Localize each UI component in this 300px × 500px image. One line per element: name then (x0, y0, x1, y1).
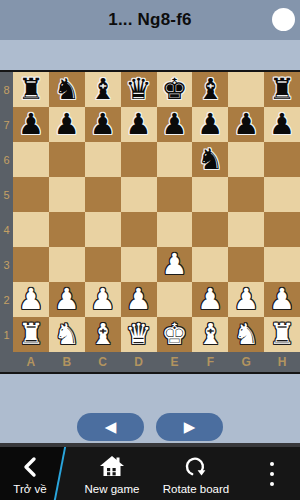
square-b1[interactable]: ♞ (49, 317, 85, 352)
board-corner (0, 352, 13, 372)
square-b6[interactable] (49, 142, 85, 177)
piece-black-rook: ♜ (18, 72, 44, 107)
square-g2[interactable]: ♟ (228, 282, 264, 317)
square-c2[interactable]: ♟ (85, 282, 121, 317)
file-label-h: H (264, 352, 300, 372)
move-nav-area: ◀ ▶ (0, 374, 300, 443)
rank-label-6: 6 (0, 142, 13, 177)
square-f5[interactable] (192, 177, 228, 212)
square-g1[interactable]: ♞ (228, 317, 264, 352)
square-c7[interactable]: ♟ (85, 107, 121, 142)
file-label-g: G (228, 352, 264, 372)
piece-white-rook: ♜ (269, 317, 295, 352)
square-d1[interactable]: ♛ (121, 317, 157, 352)
piece-black-bishop: ♝ (90, 72, 116, 107)
square-h5[interactable] (264, 177, 300, 212)
piece-black-pawn: ♟ (233, 107, 259, 142)
file-label-a: A (13, 352, 49, 372)
square-h8[interactable]: ♜ (264, 72, 300, 107)
square-f1[interactable]: ♝ (192, 317, 228, 352)
piece-white-pawn: ♟ (18, 282, 44, 317)
square-d5[interactable] (121, 177, 157, 212)
piece-white-bishop: ♝ (197, 317, 223, 352)
square-a4[interactable] (13, 212, 49, 247)
square-e5[interactable] (157, 177, 193, 212)
right-triangle-icon: ▶ (184, 413, 196, 441)
square-f6[interactable]: ♞ (192, 142, 228, 177)
piece-white-pawn: ♟ (197, 282, 223, 317)
square-h7[interactable]: ♟ (264, 107, 300, 142)
chess-board: 8♜♞♝♛♚♝♜7♟♟♟♟♟♟♟♟6♞543♟2♟♟♟♟♟♟♟1♜♞♝♛♚♝♞♜… (0, 72, 300, 372)
square-h2[interactable]: ♟ (264, 282, 300, 317)
overflow-dot (270, 482, 274, 486)
piece-black-bishop: ♝ (197, 72, 223, 107)
piece-white-pawn: ♟ (161, 247, 187, 282)
piece-white-knight: ♞ (233, 317, 259, 352)
square-c8[interactable]: ♝ (85, 72, 121, 107)
square-e6[interactable] (157, 142, 193, 177)
piece-black-knight: ♞ (197, 142, 223, 177)
square-f3[interactable] (192, 247, 228, 282)
square-a8[interactable]: ♜ (13, 72, 49, 107)
square-b4[interactable] (49, 212, 85, 247)
overflow-dot (270, 472, 274, 476)
square-e2[interactable] (157, 282, 193, 317)
piece-black-pawn: ♟ (126, 107, 152, 142)
square-c4[interactable] (85, 212, 121, 247)
rank-label-1: 1 (0, 317, 13, 352)
piece-white-queen: ♛ (126, 317, 152, 352)
new-game-label: New game (85, 483, 140, 495)
square-f7[interactable]: ♟ (192, 107, 228, 142)
piece-black-pawn: ♟ (90, 107, 116, 142)
back-button[interactable]: Trở về (0, 447, 60, 500)
piece-black-pawn: ♟ (18, 107, 44, 142)
square-e1[interactable]: ♚ (157, 317, 193, 352)
left-triangle-icon: ◀ (105, 413, 117, 441)
rank-label-7: 7 (0, 107, 13, 142)
piece-white-rook: ♜ (18, 317, 44, 352)
rotate-board-button[interactable]: Rotate board (146, 447, 246, 500)
square-g6[interactable] (228, 142, 264, 177)
square-e7[interactable]: ♟ (157, 107, 193, 142)
square-e8[interactable]: ♚ (157, 72, 193, 107)
square-b7[interactable]: ♟ (49, 107, 85, 142)
piece-black-pawn: ♟ (161, 107, 187, 142)
square-d7[interactable]: ♟ (121, 107, 157, 142)
rank-label-8: 8 (0, 72, 13, 107)
prev-move-button[interactable]: ◀ (77, 413, 144, 441)
piece-black-king: ♚ (161, 72, 187, 107)
rotate-board-label: Rotate board (163, 483, 230, 495)
rotate-icon (184, 452, 208, 482)
square-h3[interactable] (264, 247, 300, 282)
square-b2[interactable]: ♟ (49, 282, 85, 317)
piece-white-pawn: ♟ (233, 282, 259, 317)
piece-black-queen: ♛ (126, 72, 152, 107)
square-f4[interactable] (192, 212, 228, 247)
square-f2[interactable]: ♟ (192, 282, 228, 317)
file-label-d: D (121, 352, 157, 372)
file-label-f: F (192, 352, 228, 372)
square-g4[interactable] (228, 212, 264, 247)
rank-label-5: 5 (0, 177, 13, 212)
piece-black-pawn: ♟ (54, 107, 80, 142)
file-label-e: E (157, 352, 193, 372)
square-h1[interactable]: ♜ (264, 317, 300, 352)
turn-indicator-circle (272, 8, 295, 31)
square-a6[interactable] (13, 142, 49, 177)
square-g5[interactable] (228, 177, 264, 212)
square-a2[interactable]: ♟ (13, 282, 49, 317)
square-d2[interactable]: ♟ (121, 282, 157, 317)
overflow-menu-button[interactable] (262, 447, 282, 500)
rank-label-4: 4 (0, 212, 13, 247)
next-move-button[interactable]: ▶ (156, 413, 223, 441)
piece-white-pawn: ♟ (90, 282, 116, 317)
home-icon (99, 452, 125, 482)
square-c5[interactable] (85, 177, 121, 212)
square-b3[interactable] (49, 247, 85, 282)
square-c6[interactable] (85, 142, 121, 177)
square-a1[interactable]: ♜ (13, 317, 49, 352)
square-a5[interactable] (13, 177, 49, 212)
action-bar: Trở về New game Rotate board (0, 443, 300, 500)
piece-black-rook: ♜ (269, 72, 295, 107)
square-d6[interactable] (121, 142, 157, 177)
piece-white-pawn: ♟ (126, 282, 152, 317)
back-label: Trở về (13, 483, 46, 495)
overflow-dot (270, 462, 274, 466)
back-chevron-icon (20, 452, 40, 482)
square-f8[interactable]: ♝ (192, 72, 228, 107)
piece-white-king: ♚ (161, 317, 187, 352)
move-title: 1... Ng8-f6 (108, 10, 191, 30)
rank-label-3: 3 (0, 247, 13, 282)
square-d4[interactable] (121, 212, 157, 247)
file-label-c: C (85, 352, 121, 372)
square-b5[interactable] (49, 177, 85, 212)
file-label-b: B (49, 352, 85, 372)
rank-label-2: 2 (0, 282, 13, 317)
square-a7[interactable]: ♟ (13, 107, 49, 142)
square-g8[interactable] (228, 72, 264, 107)
square-d8[interactable]: ♛ (121, 72, 157, 107)
square-d3[interactable] (121, 247, 157, 282)
piece-black-pawn: ♟ (197, 107, 223, 142)
square-e4[interactable] (157, 212, 193, 247)
piece-white-pawn: ♟ (54, 282, 80, 317)
chess-board-frame: 8♜♞♝♛♚♝♜7♟♟♟♟♟♟♟♟6♞543♟2♟♟♟♟♟♟♟1♜♞♝♛♚♝♞♜… (0, 70, 300, 374)
square-c1[interactable]: ♝ (85, 317, 121, 352)
square-h4[interactable] (264, 212, 300, 247)
piece-black-pawn: ♟ (269, 107, 295, 142)
square-b8[interactable]: ♞ (49, 72, 85, 107)
piece-white-pawn: ♟ (269, 282, 295, 317)
square-g3[interactable] (228, 247, 264, 282)
piece-black-knight: ♞ (54, 72, 80, 107)
square-c3[interactable] (85, 247, 121, 282)
square-g7[interactable]: ♟ (228, 107, 264, 142)
piece-white-bishop: ♝ (90, 317, 116, 352)
square-a3[interactable] (13, 247, 49, 282)
square-h6[interactable] (264, 142, 300, 177)
piece-white-knight: ♞ (54, 317, 80, 352)
square-e3[interactable]: ♟ (157, 247, 193, 282)
header-bar: 1... Ng8-f6 (0, 0, 300, 40)
